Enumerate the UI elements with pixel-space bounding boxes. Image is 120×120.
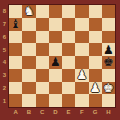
square-g7[interactable]	[89, 18, 102, 31]
black-bishop[interactable]: ♝	[9, 18, 22, 31]
file-label-h: H	[102, 106, 115, 117]
rank-label-5: 5	[0, 43, 9, 56]
square-d3[interactable]	[49, 69, 62, 82]
square-b2[interactable]	[22, 82, 35, 95]
square-b5[interactable]	[22, 43, 35, 56]
square-f8[interactable]	[75, 5, 88, 18]
square-g5[interactable]	[89, 43, 102, 56]
square-c5[interactable]	[36, 43, 49, 56]
square-b4[interactable]	[22, 56, 35, 69]
black-king[interactable]: ♚	[102, 56, 115, 69]
white-pawn[interactable]: ♟	[89, 82, 102, 95]
square-b6[interactable]	[22, 31, 35, 44]
square-h4[interactable]: ♚	[102, 56, 115, 69]
square-b7[interactable]	[22, 18, 35, 31]
rank-label-2: 2	[0, 82, 9, 95]
file-label-g: G	[89, 106, 102, 117]
square-e4[interactable]	[62, 56, 75, 69]
rank-label-7: 7	[0, 18, 9, 31]
square-c2[interactable]	[36, 82, 49, 95]
square-a8[interactable]	[9, 5, 22, 18]
square-h2[interactable]: ♚	[102, 82, 115, 95]
black-pawn[interactable]: ♟	[49, 56, 62, 69]
rank-label-1: 1	[0, 94, 9, 107]
rank-labels: 87654321	[0, 5, 9, 107]
square-g3[interactable]	[89, 69, 102, 82]
black-pawn[interactable]: ♟	[102, 43, 115, 56]
square-f7[interactable]	[75, 18, 88, 31]
square-h5[interactable]: ♟	[102, 43, 115, 56]
white-pawn[interactable]: ♟	[75, 69, 88, 82]
square-f6[interactable]	[75, 31, 88, 44]
square-h7[interactable]	[102, 18, 115, 31]
rank-label-3: 3	[0, 69, 9, 82]
square-f3[interactable]: ♟	[75, 69, 88, 82]
file-label-f: F	[75, 106, 88, 117]
file-label-c: C	[36, 106, 49, 117]
square-h3[interactable]	[102, 69, 115, 82]
square-d6[interactable]	[49, 31, 62, 44]
square-d5[interactable]	[49, 43, 62, 56]
square-a5[interactable]	[9, 43, 22, 56]
square-b8[interactable]: ♞	[22, 5, 35, 18]
square-g2[interactable]: ♟	[89, 82, 102, 95]
square-e2[interactable]	[62, 82, 75, 95]
square-b3[interactable]	[22, 69, 35, 82]
file-labels: ABCDEFGH	[9, 106, 115, 117]
square-d8[interactable]	[49, 5, 62, 18]
square-a2[interactable]	[9, 82, 22, 95]
square-e7[interactable]	[62, 18, 75, 31]
chess-diagram: 87654321 ♞♝♟♟♚♟♟♚ ABCDEFGH	[0, 0, 120, 120]
square-h8[interactable]	[102, 5, 115, 18]
square-e6[interactable]	[62, 31, 75, 44]
rank-label-4: 4	[0, 56, 9, 69]
file-label-a: A	[9, 106, 22, 117]
square-c7[interactable]	[36, 18, 49, 31]
chess-board[interactable]: ♞♝♟♟♚♟♟♚	[9, 5, 115, 107]
file-label-e: E	[62, 106, 75, 117]
square-c6[interactable]	[36, 31, 49, 44]
square-g4[interactable]	[89, 56, 102, 69]
square-g8[interactable]	[89, 5, 102, 18]
square-d7[interactable]	[49, 18, 62, 31]
square-g6[interactable]	[89, 31, 102, 44]
square-a6[interactable]	[9, 31, 22, 44]
square-h6[interactable]	[102, 31, 115, 44]
square-f5[interactable]	[75, 43, 88, 56]
rank-label-6: 6	[0, 31, 9, 44]
square-c8[interactable]	[36, 5, 49, 18]
square-c3[interactable]	[36, 69, 49, 82]
square-d2[interactable]	[49, 82, 62, 95]
square-a3[interactable]	[9, 69, 22, 82]
white-knight[interactable]: ♞	[22, 5, 35, 18]
rank-label-8: 8	[0, 5, 9, 18]
square-f4[interactable]	[75, 56, 88, 69]
file-label-b: B	[22, 106, 35, 117]
square-a4[interactable]	[9, 56, 22, 69]
square-e3[interactable]	[62, 69, 75, 82]
square-f2[interactable]	[75, 82, 88, 95]
square-d4[interactable]: ♟	[49, 56, 62, 69]
square-e5[interactable]	[62, 43, 75, 56]
square-c4[interactable]	[36, 56, 49, 69]
square-a7[interactable]: ♝	[9, 18, 22, 31]
white-king[interactable]: ♚	[102, 82, 115, 95]
square-e8[interactable]	[62, 5, 75, 18]
file-label-d: D	[49, 106, 62, 117]
